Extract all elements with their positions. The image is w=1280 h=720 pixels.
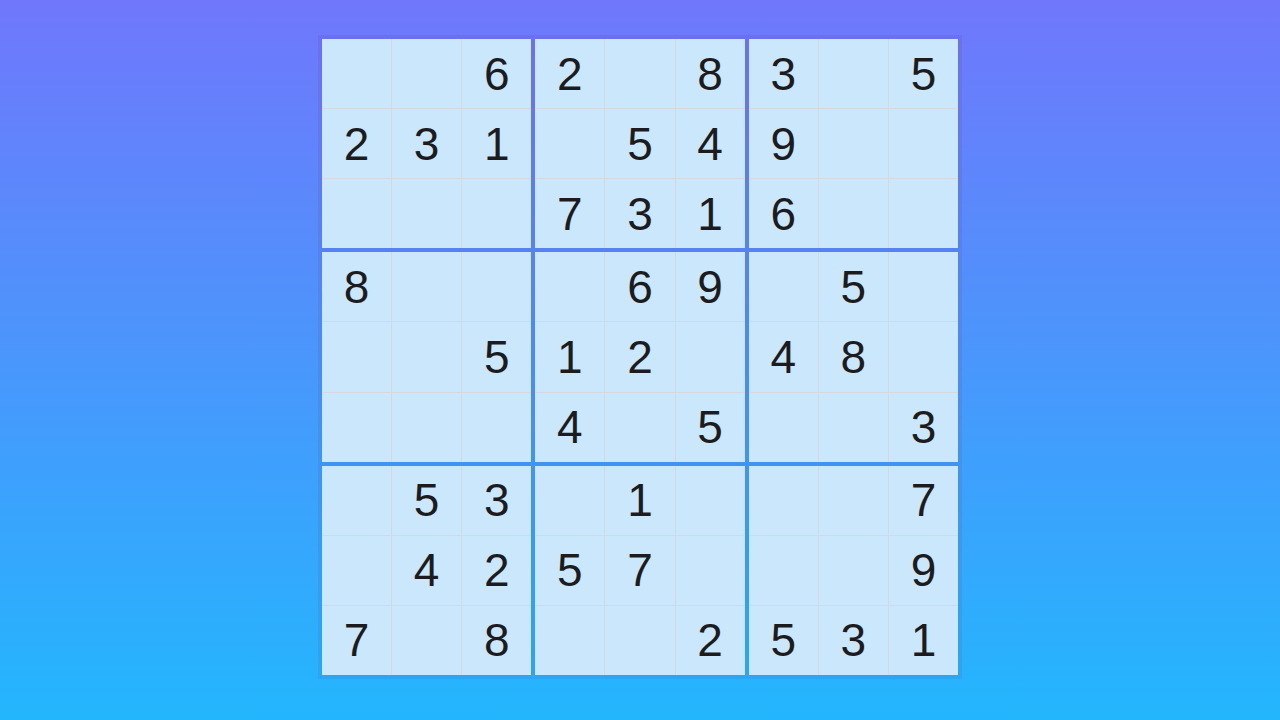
sudoku-box-r2c3: 5483 <box>749 252 958 461</box>
sudoku-cell-r4c6[interactable]: 9 <box>676 252 745 321</box>
sudoku-cell-r7c5[interactable]: 1 <box>605 466 674 535</box>
sudoku-cell-r1c3[interactable]: 6 <box>462 39 531 108</box>
sudoku-cell-r5c4[interactable]: 1 <box>535 322 604 391</box>
sudoku-cell-r2c7[interactable]: 9 <box>749 109 818 178</box>
sudoku-box-r1c2: 2854731 <box>535 39 744 248</box>
sudoku-cell-r2c9[interactable] <box>889 109 958 178</box>
sudoku-cell-r5c9[interactable] <box>889 322 958 391</box>
sudoku-cell-r7c1[interactable] <box>322 466 391 535</box>
sudoku-cell-r3c9[interactable] <box>889 179 958 248</box>
sudoku-cell-r8c1[interactable] <box>322 536 391 605</box>
sudoku-cell-r5c2[interactable] <box>392 322 461 391</box>
sudoku-box-r3c3: 79531 <box>749 466 958 675</box>
sudoku-cell-r8c3[interactable]: 2 <box>462 536 531 605</box>
sudoku-cell-r1c4[interactable]: 2 <box>535 39 604 108</box>
sudoku-cell-r2c5[interactable]: 5 <box>605 109 674 178</box>
sudoku-cell-r1c6[interactable]: 8 <box>676 39 745 108</box>
sudoku-cell-r9c7[interactable]: 5 <box>749 606 818 675</box>
sudoku-cell-r2c6[interactable]: 4 <box>676 109 745 178</box>
sudoku-cell-r5c8[interactable]: 8 <box>819 322 888 391</box>
sudoku-cell-r8c5[interactable]: 7 <box>605 536 674 605</box>
sudoku-cell-r1c2[interactable] <box>392 39 461 108</box>
sudoku-cell-r5c6[interactable] <box>676 322 745 391</box>
sudoku-cell-r8c7[interactable] <box>749 536 818 605</box>
sudoku-cell-r4c1[interactable]: 8 <box>322 252 391 321</box>
sudoku-cell-r4c4[interactable] <box>535 252 604 321</box>
sudoku-cell-r1c1[interactable] <box>322 39 391 108</box>
sudoku-box-r2c1: 85 <box>322 252 531 461</box>
sudoku-cell-r1c9[interactable]: 5 <box>889 39 958 108</box>
sudoku-cell-r8c2[interactable]: 4 <box>392 536 461 605</box>
sudoku-cell-r5c3[interactable]: 5 <box>462 322 531 391</box>
sudoku-box-r3c2: 1572 <box>535 466 744 675</box>
sudoku-cell-r4c2[interactable] <box>392 252 461 321</box>
sudoku-board: 6231285473135968569124554835342781572795… <box>318 35 962 679</box>
sudoku-cell-r3c6[interactable]: 1 <box>676 179 745 248</box>
sudoku-cell-r4c7[interactable] <box>749 252 818 321</box>
sudoku-box-r3c1: 534278 <box>322 466 531 675</box>
sudoku-cell-r9c6[interactable]: 2 <box>676 606 745 675</box>
sudoku-cell-r9c2[interactable] <box>392 606 461 675</box>
sudoku-cell-r6c8[interactable] <box>819 393 888 462</box>
sudoku-cell-r2c3[interactable]: 1 <box>462 109 531 178</box>
sudoku-cell-r3c8[interactable] <box>819 179 888 248</box>
sudoku-cell-r7c3[interactable]: 3 <box>462 466 531 535</box>
sudoku-cell-r9c9[interactable]: 1 <box>889 606 958 675</box>
sudoku-cell-r8c4[interactable]: 5 <box>535 536 604 605</box>
sudoku-cell-r6c6[interactable]: 5 <box>676 393 745 462</box>
sudoku-cell-r6c1[interactable] <box>322 393 391 462</box>
sudoku-cell-r9c5[interactable] <box>605 606 674 675</box>
sudoku-cell-r4c3[interactable] <box>462 252 531 321</box>
sudoku-cell-r9c1[interactable]: 7 <box>322 606 391 675</box>
sudoku-cell-r7c8[interactable] <box>819 466 888 535</box>
sudoku-cell-r6c2[interactable] <box>392 393 461 462</box>
sudoku-cell-r3c5[interactable]: 3 <box>605 179 674 248</box>
sudoku-cell-r8c6[interactable] <box>676 536 745 605</box>
sudoku-cell-r1c8[interactable] <box>819 39 888 108</box>
sudoku-box-r1c3: 3596 <box>749 39 958 248</box>
sudoku-cell-r7c6[interactable] <box>676 466 745 535</box>
sudoku-box-r2c2: 691245 <box>535 252 744 461</box>
sudoku-cell-r4c5[interactable]: 6 <box>605 252 674 321</box>
sudoku-cell-r5c1[interactable] <box>322 322 391 391</box>
sudoku-cell-r2c2[interactable]: 3 <box>392 109 461 178</box>
sudoku-cell-r3c3[interactable] <box>462 179 531 248</box>
sudoku-cell-r5c5[interactable]: 2 <box>605 322 674 391</box>
sudoku-cell-r9c4[interactable] <box>535 606 604 675</box>
sudoku-cell-r2c4[interactable] <box>535 109 604 178</box>
sudoku-cell-r7c2[interactable]: 5 <box>392 466 461 535</box>
sudoku-cell-r3c7[interactable]: 6 <box>749 179 818 248</box>
sudoku-cell-r6c4[interactable]: 4 <box>535 393 604 462</box>
sudoku-box-r1c1: 6231 <box>322 39 531 248</box>
sudoku-cell-r1c5[interactable] <box>605 39 674 108</box>
sudoku-cell-r3c1[interactable] <box>322 179 391 248</box>
sudoku-cell-r6c5[interactable] <box>605 393 674 462</box>
sudoku-cell-r6c7[interactable] <box>749 393 818 462</box>
sudoku-cell-r2c1[interactable]: 2 <box>322 109 391 178</box>
sudoku-cell-r9c3[interactable]: 8 <box>462 606 531 675</box>
sudoku-cell-r7c7[interactable] <box>749 466 818 535</box>
sudoku-cell-r5c7[interactable]: 4 <box>749 322 818 391</box>
sudoku-cell-r8c8[interactable] <box>819 536 888 605</box>
sudoku-cell-r3c4[interactable]: 7 <box>535 179 604 248</box>
sudoku-cell-r7c4[interactable] <box>535 466 604 535</box>
sudoku-cell-r7c9[interactable]: 7 <box>889 466 958 535</box>
sudoku-cell-r2c8[interactable] <box>819 109 888 178</box>
sudoku-cell-r9c8[interactable]: 3 <box>819 606 888 675</box>
sudoku-cell-r8c9[interactable]: 9 <box>889 536 958 605</box>
sudoku-cell-r4c9[interactable] <box>889 252 958 321</box>
sudoku-cell-r1c7[interactable]: 3 <box>749 39 818 108</box>
sudoku-cell-r6c9[interactable]: 3 <box>889 393 958 462</box>
sudoku-cell-r4c8[interactable]: 5 <box>819 252 888 321</box>
sudoku-cell-r3c2[interactable] <box>392 179 461 248</box>
sudoku-cell-r6c3[interactable] <box>462 393 531 462</box>
